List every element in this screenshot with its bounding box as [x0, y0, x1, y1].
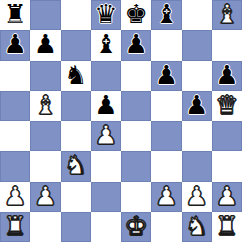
square-a2[interactable]: ♟	[0, 182, 30, 212]
square-e4[interactable]	[121, 121, 151, 151]
square-f4[interactable]	[151, 121, 181, 151]
black-bishop-icon: ♝	[94, 31, 117, 57]
square-b8[interactable]	[30, 0, 60, 30]
white-pawn-icon: ♟	[34, 183, 57, 209]
square-d3[interactable]	[91, 151, 121, 181]
square-f3[interactable]	[151, 151, 181, 181]
square-h7[interactable]	[212, 30, 242, 60]
black-pawn-icon: ♟	[185, 92, 208, 118]
square-c5[interactable]	[61, 91, 91, 121]
square-c1[interactable]	[61, 212, 91, 242]
square-b4[interactable]	[30, 121, 60, 151]
square-d2[interactable]	[91, 182, 121, 212]
black-king-icon: ♚	[124, 1, 147, 27]
square-g3[interactable]	[182, 151, 212, 181]
square-g4[interactable]	[182, 121, 212, 151]
square-d4[interactable]: ♟	[91, 121, 121, 151]
white-bishop-icon: ♝	[34, 92, 57, 118]
square-h1[interactable]: ♜	[212, 212, 242, 242]
square-d7[interactable]: ♝	[91, 30, 121, 60]
square-g7[interactable]	[182, 30, 212, 60]
square-c2[interactable]	[61, 182, 91, 212]
square-c8[interactable]	[61, 0, 91, 30]
square-f8[interactable]: ♝	[151, 0, 181, 30]
square-a4[interactable]	[0, 121, 30, 151]
white-pawn-icon: ♟	[155, 183, 178, 209]
black-pawn-icon: ♟	[94, 92, 117, 118]
white-pawn-icon: ♟	[94, 122, 117, 148]
white-rook-icon: ♜	[3, 213, 26, 239]
white-bishop-icon: ♝	[215, 1, 238, 27]
square-b1[interactable]	[30, 212, 60, 242]
square-h8[interactable]: ♝	[212, 0, 242, 30]
square-b6[interactable]	[30, 61, 60, 91]
square-d6[interactable]	[91, 61, 121, 91]
square-a3[interactable]	[0, 151, 30, 181]
square-g5[interactable]: ♟	[182, 91, 212, 121]
square-h3[interactable]	[212, 151, 242, 181]
square-e6[interactable]	[121, 61, 151, 91]
square-f2[interactable]: ♟	[151, 182, 181, 212]
square-f7[interactable]	[151, 30, 181, 60]
square-a1[interactable]: ♜	[0, 212, 30, 242]
square-h5[interactable]: ♛	[212, 91, 242, 121]
square-d1[interactable]	[91, 212, 121, 242]
square-b3[interactable]	[30, 151, 60, 181]
black-pawn-icon: ♟	[34, 31, 57, 57]
white-pawn-icon: ♟	[185, 183, 208, 209]
white-rook-icon: ♜	[215, 213, 238, 239]
square-a7[interactable]: ♟	[0, 30, 30, 60]
white-queen-icon: ♛	[215, 92, 238, 118]
white-pawn-icon: ♟	[3, 183, 26, 209]
square-b5[interactable]: ♝	[30, 91, 60, 121]
square-e7[interactable]: ♟	[121, 30, 151, 60]
square-b2[interactable]: ♟	[30, 182, 60, 212]
square-f5[interactable]	[151, 91, 181, 121]
square-g8[interactable]	[182, 0, 212, 30]
white-knight-icon: ♞	[185, 213, 208, 239]
square-e3[interactable]	[121, 151, 151, 181]
square-f6[interactable]: ♟	[151, 61, 181, 91]
square-e2[interactable]	[121, 182, 151, 212]
black-knight-icon: ♞	[64, 62, 87, 88]
white-pawn-icon: ♟	[215, 183, 238, 209]
square-a6[interactable]	[0, 61, 30, 91]
square-e8[interactable]: ♚	[121, 0, 151, 30]
black-pawn-icon: ♟	[124, 31, 147, 57]
square-a8[interactable]: ♜	[0, 0, 30, 30]
square-g6[interactable]	[182, 61, 212, 91]
square-g1[interactable]: ♞	[182, 212, 212, 242]
square-h6[interactable]: ♟	[212, 61, 242, 91]
square-d5[interactable]: ♟	[91, 91, 121, 121]
square-c4[interactable]	[61, 121, 91, 151]
square-b7[interactable]: ♟	[30, 30, 60, 60]
black-pawn-icon: ♟	[155, 62, 178, 88]
square-c3[interactable]: ♞	[61, 151, 91, 181]
square-c6[interactable]: ♞	[61, 61, 91, 91]
black-pawn-icon: ♟	[3, 31, 26, 57]
square-d8[interactable]: ♛	[91, 0, 121, 30]
black-bishop-icon: ♝	[155, 1, 178, 27]
chess-board: ♜♛♚♝♝♟♟♝♟♞♟♟♝♟♟♛♟♞♟♟♟♟♟♜♚♞♜	[0, 0, 242, 242]
black-queen-icon: ♛	[94, 1, 117, 27]
black-rook-icon: ♜	[3, 1, 26, 27]
square-h4[interactable]	[212, 121, 242, 151]
square-h2[interactable]: ♟	[212, 182, 242, 212]
square-a5[interactable]	[0, 91, 30, 121]
black-pawn-icon: ♟	[215, 62, 238, 88]
square-f1[interactable]	[151, 212, 181, 242]
white-knight-icon: ♞	[64, 152, 87, 178]
square-e1[interactable]: ♚	[121, 212, 151, 242]
white-king-icon: ♚	[124, 213, 147, 239]
square-e5[interactable]	[121, 91, 151, 121]
square-c7[interactable]	[61, 30, 91, 60]
square-g2[interactable]: ♟	[182, 182, 212, 212]
